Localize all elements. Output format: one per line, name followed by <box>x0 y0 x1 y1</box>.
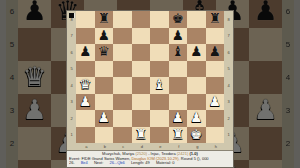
square-b6[interactable]: ♛ <box>95 44 114 61</box>
white-player-rating: (2520) <box>135 152 147 156</box>
square-e5[interactable] <box>150 61 169 78</box>
white-r-piece: ♜ <box>135 127 147 144</box>
square-e8[interactable] <box>150 11 169 28</box>
bg-rank-label: 2 <box>282 127 294 160</box>
black-p-piece: ♟ <box>98 28 110 45</box>
square-a8[interactable] <box>76 11 95 28</box>
move-status-line: 26. Be4 Next: 26...Qb6 Length: 49 Materi… <box>69 161 231 166</box>
square-d1[interactable]: ♜ <box>132 127 151 144</box>
square-a1[interactable] <box>76 127 95 144</box>
square-e2[interactable] <box>150 110 169 127</box>
event-round: Round 5 (), 000 <box>181 157 209 161</box>
square-h3: ♟ <box>249 94 282 127</box>
rank-label: 8 <box>224 11 233 28</box>
square-d3[interactable] <box>132 94 151 111</box>
black-to-move-indicator <box>69 13 74 18</box>
square-d8[interactable] <box>132 11 151 28</box>
rank-label: 7 <box>224 28 233 45</box>
square-h4 <box>249 61 282 94</box>
video-frame: 87654321 ♜♚♜♟♟♟♛♝♟♟♛♝♟♟♟♟♟♜♜♚ 87654321 8… <box>0 0 300 168</box>
event-name: Event: FIDE Grand Swiss Women, <box>69 157 130 161</box>
square-h3[interactable]: ♟ <box>206 94 225 111</box>
rank-label: 2 <box>224 110 233 127</box>
square-b3[interactable] <box>95 94 114 111</box>
square-f3[interactable] <box>169 94 188 111</box>
black-b-piece: ♝ <box>172 44 184 61</box>
event-site-date: Douglas IOM (2023.10.29), <box>131 157 179 161</box>
length-indicator: Length: 49 <box>131 161 150 165</box>
file-label: b <box>96 143 115 150</box>
left-rank-labels: 87654321 <box>67 11 76 143</box>
rank-label: 3 <box>224 94 233 111</box>
rank-label: 6 <box>224 44 233 61</box>
background-right-rank-labels: 87654321 <box>282 0 294 168</box>
square-d2[interactable] <box>132 110 151 127</box>
rank-label: 3 <box>67 94 76 111</box>
bg-rank-label: 2 <box>6 127 18 160</box>
square-b8[interactable]: ♜ <box>95 11 114 28</box>
rank-label: 2 <box>67 110 76 127</box>
square-e1[interactable] <box>150 127 169 144</box>
square-g7[interactable] <box>187 28 206 45</box>
square-f8[interactable]: ♚ <box>169 11 188 28</box>
rank-label: 4 <box>67 77 76 94</box>
square-f5[interactable] <box>169 61 188 78</box>
black-p-piece: ♟ <box>190 44 202 61</box>
white-k-piece: ♚ <box>190 127 202 144</box>
versus-separator: - <box>148 152 149 156</box>
square-b4[interactable] <box>95 77 114 94</box>
move-number: 26. <box>69 161 75 165</box>
white-p-piece: ♟ <box>172 110 184 127</box>
bg-rank-label: 1 <box>282 160 294 168</box>
next-label: Next: <box>94 161 103 165</box>
square-f7[interactable]: ♟ <box>169 28 188 45</box>
rank-label: 6 <box>67 44 76 61</box>
square-g3[interactable] <box>187 94 206 111</box>
square-a4: ♛ <box>18 61 51 94</box>
black-player-rating: (2421) <box>177 152 189 156</box>
white-q-piece: ♛ <box>22 61 46 94</box>
square-c3[interactable] <box>113 94 132 111</box>
white-q-piece: ♛ <box>79 77 91 94</box>
right-rank-labels: 87654321 <box>224 11 233 143</box>
rank-label: 5 <box>224 61 233 78</box>
black-p-piece: ♟ <box>209 44 221 61</box>
chess-board[interactable]: ♜♚♜♟♟♟♛♝♟♟♛♝♟♟♟♟♟♜♜♚ <box>76 11 224 143</box>
square-h1 <box>249 160 282 168</box>
white-p-piece: ♟ <box>190 110 202 127</box>
file-label: h <box>207 143 226 150</box>
material-indicator: Material: 0 <box>156 161 175 165</box>
black-r-piece: ♜ <box>209 11 221 28</box>
square-c4[interactable] <box>113 77 132 94</box>
white-player-name: Muzychuk, Mariya <box>102 152 134 156</box>
square-h8[interactable]: ♜ <box>206 11 225 28</box>
square-h4[interactable] <box>206 77 225 94</box>
bg-rank-label: 6 <box>282 0 294 28</box>
square-c6[interactable] <box>113 44 132 61</box>
square-h6[interactable]: ♟ <box>206 44 225 61</box>
square-e6[interactable] <box>150 44 169 61</box>
white-r-piece: ♜ <box>172 127 184 144</box>
bg-rank-label: 4 <box>282 61 294 94</box>
bg-rank-label: 3 <box>6 94 18 127</box>
white-b-piece: ♝ <box>153 77 165 94</box>
square-a2[interactable] <box>76 110 95 127</box>
square-g1[interactable]: ♚ <box>187 127 206 144</box>
game-info-caption: Muzychuk, Mariya (2520) - Injac, Teodora… <box>67 150 233 167</box>
rank-label: 5 <box>67 61 76 78</box>
square-f4[interactable] <box>169 77 188 94</box>
white-p-piece: ♟ <box>98 110 110 127</box>
white-p-piece: ♟ <box>253 94 277 127</box>
square-d7[interactable] <box>132 28 151 45</box>
bg-rank-label: 5 <box>6 28 18 61</box>
square-d5[interactable] <box>132 61 151 78</box>
square-g2[interactable]: ♟ <box>187 110 206 127</box>
square-e4[interactable]: ♝ <box>150 77 169 94</box>
square-b5[interactable] <box>95 61 114 78</box>
square-f2[interactable]: ♟ <box>169 110 188 127</box>
square-b1[interactable] <box>95 127 114 144</box>
square-c8[interactable] <box>113 11 132 28</box>
black-p-piece: ♟ <box>253 0 277 28</box>
bg-rank-label: 6 <box>6 0 18 28</box>
next-move[interactable]: 26...Qb6 <box>109 161 124 165</box>
square-c5[interactable] <box>113 61 132 78</box>
square-a3[interactable]: ♟ <box>76 94 95 111</box>
black-k-piece: ♚ <box>172 11 184 28</box>
file-label: e <box>151 143 170 150</box>
chess-gui-panel: 87654321 ♜♚♜♟♟♟♛♝♟♟♛♝♟♟♟♟♟♜♜♚ 87654321 a… <box>66 10 234 168</box>
file-label: g <box>188 143 207 150</box>
square-d4[interactable] <box>132 77 151 94</box>
square-g6[interactable]: ♟ <box>187 44 206 61</box>
rank-label: 1 <box>224 127 233 144</box>
square-h6: ♟ <box>249 0 282 28</box>
black-p-piece: ♟ <box>79 44 91 61</box>
square-h1[interactable] <box>206 127 225 144</box>
square-a7[interactable] <box>76 28 95 45</box>
square-c1[interactable] <box>113 127 132 144</box>
background-right-edge <box>294 0 300 168</box>
square-a4[interactable]: ♛ <box>76 77 95 94</box>
square-a2 <box>18 127 51 160</box>
square-e3[interactable] <box>150 94 169 111</box>
square-a5[interactable] <box>76 61 95 78</box>
file-labels: abcdefgh <box>77 143 225 150</box>
file-label: c <box>114 143 133 150</box>
file-label: f <box>170 143 189 150</box>
square-d6[interactable] <box>132 44 151 61</box>
rank-label: 7 <box>67 28 76 45</box>
rank-label: 1 <box>67 127 76 144</box>
square-h2 <box>249 127 282 160</box>
black-player-name: Injac, Teodora <box>151 152 176 156</box>
square-h5 <box>249 28 282 61</box>
square-g5[interactable] <box>187 61 206 78</box>
square-b7[interactable]: ♟ <box>95 28 114 45</box>
square-h7[interactable] <box>206 28 225 45</box>
last-move[interactable]: Be4 <box>81 161 88 165</box>
square-f6[interactable]: ♝ <box>169 44 188 61</box>
white-p-piece: ♟ <box>22 94 46 127</box>
file-label: a <box>77 143 96 150</box>
square-a5 <box>18 28 51 61</box>
bg-rank-label: 1 <box>6 160 18 168</box>
white-p-piece: ♟ <box>79 94 91 111</box>
black-p-piece: ♟ <box>172 28 184 45</box>
square-f1[interactable]: ♜ <box>169 127 188 144</box>
square-g8[interactable] <box>187 11 206 28</box>
rank-label: 4 <box>224 77 233 94</box>
square-h2[interactable] <box>206 110 225 127</box>
bg-rank-label: 5 <box>282 28 294 61</box>
square-h5[interactable] <box>206 61 225 78</box>
file-label: d <box>133 143 152 150</box>
square-e7[interactable] <box>150 28 169 45</box>
black-r-piece: ♜ <box>98 11 110 28</box>
square-b2[interactable]: ♟ <box>95 110 114 127</box>
black-p-piece: ♟ <box>22 0 46 28</box>
square-c2[interactable] <box>113 110 132 127</box>
square-a3: ♟ <box>18 94 51 127</box>
game-result: (1-0) <box>189 152 197 156</box>
bg-rank-label: 4 <box>6 61 18 94</box>
square-a6[interactable]: ♟ <box>76 44 95 61</box>
square-c7[interactable] <box>113 28 132 45</box>
background-left-rank-labels: 87654321 <box>6 0 18 168</box>
black-q-piece: ♛ <box>98 44 110 61</box>
square-a6: ♟ <box>18 0 51 28</box>
square-g4[interactable] <box>187 77 206 94</box>
bg-rank-label: 3 <box>282 94 294 127</box>
square-a1 <box>18 160 51 168</box>
white-p-piece: ♟ <box>209 94 221 111</box>
